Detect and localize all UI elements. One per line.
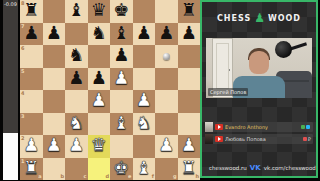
evaluation-bar: -0.09 <box>3 0 18 180</box>
square-d5[interactable]: ♟ <box>88 68 111 91</box>
black-pawn[interactable]: ♟ <box>91 69 107 87</box>
alert-row: Evandro Anthony <box>205 122 313 132</box>
square-b3[interactable] <box>43 113 66 136</box>
square-b7[interactable]: ♟ <box>43 23 66 46</box>
white-pawn[interactable]: ♟ <box>136 91 152 109</box>
streamer-face <box>249 51 269 74</box>
alert-extra: ₽ <box>303 136 311 142</box>
white-rook[interactable]: ♜ <box>181 159 197 177</box>
square-d4[interactable]: ♟ <box>88 90 111 113</box>
panel-footer: chesswood.ru VK vk.com/chesswood <box>206 162 313 173</box>
white-knight[interactable]: ♞ <box>68 114 84 132</box>
white-pawn[interactable]: ♟ <box>158 136 174 154</box>
square-g8[interactable] <box>155 0 178 23</box>
square-d2[interactable]: ♛ <box>88 135 111 158</box>
rank-label: 6 <box>21 46 24 51</box>
square-b8[interactable] <box>43 0 66 23</box>
square-g2[interactable]: ♟ <box>155 135 178 158</box>
square-e4[interactable] <box>110 90 133 113</box>
white-pawn[interactable]: ♟ <box>68 136 84 154</box>
file-label: c <box>84 174 87 179</box>
move-hint-dot <box>163 53 170 60</box>
youtube-icon <box>215 136 223 142</box>
square-b2[interactable]: ♟ <box>43 135 66 158</box>
square-h7[interactable]: ♟ <box>178 23 201 46</box>
white-king[interactable]: ♚ <box>113 159 129 177</box>
chess-board[interactable]: 8♜♝♛♚♜7♟♟♞♝♟♟♟6♞♟5♟♟♟4♟♟3♞♝♞2♟♟♟♛♟♟1a♜bc… <box>20 0 200 180</box>
square-h4[interactable] <box>178 90 201 113</box>
square-a3[interactable]: 3 <box>20 113 43 136</box>
square-e1[interactable]: e♚ <box>110 158 133 181</box>
white-bishop[interactable]: ♝ <box>113 114 129 132</box>
square-b1[interactable]: b <box>43 158 66 181</box>
rank-label: 5 <box>21 69 24 74</box>
square-e3[interactable]: ♝ <box>110 113 133 136</box>
black-pawn[interactable]: ♟ <box>136 24 152 42</box>
white-bishop[interactable]: ♝ <box>136 159 152 177</box>
white-pawn[interactable]: ♟ <box>113 69 129 87</box>
square-g4[interactable] <box>155 90 178 113</box>
square-f6[interactable] <box>133 45 156 68</box>
alert-avatar <box>205 122 213 132</box>
square-a7[interactable]: 7♟ <box>20 23 43 46</box>
square-b5[interactable] <box>43 68 66 91</box>
square-f5[interactable] <box>133 68 156 91</box>
file-label: b <box>60 174 64 179</box>
stream-screenshot: -0.09 8♜♝♛♚♜7♟♟♞♝♟♟♟6♞♟5♟♟♟4♟♟3♞♝♞2♟♟♟♛♟… <box>0 0 320 180</box>
square-e7[interactable]: ♝ <box>110 23 133 46</box>
square-e8[interactable]: ♚ <box>110 0 133 23</box>
rank-label: 3 <box>21 114 24 119</box>
black-pawn[interactable]: ♟ <box>158 24 174 42</box>
black-rook[interactable]: ♜ <box>23 1 39 19</box>
emoji-icon <box>303 137 307 141</box>
alert-name: Любовь Попова <box>225 136 266 142</box>
black-knight[interactable]: ♞ <box>91 24 107 42</box>
file-label: f <box>152 174 154 179</box>
square-b6[interactable] <box>43 45 66 68</box>
rank-label: 4 <box>21 91 24 96</box>
square-d1[interactable]: d <box>88 158 111 181</box>
square-c3[interactable]: ♞ <box>65 113 88 136</box>
black-pawn[interactable]: ♟ <box>113 46 129 64</box>
youtube-icon <box>215 124 223 130</box>
square-e2[interactable] <box>110 135 133 158</box>
square-a8[interactable]: 8♜ <box>20 0 43 23</box>
square-a6[interactable]: 6 <box>20 45 43 68</box>
alert-row: Любовь Попова ₽ <box>205 134 313 144</box>
evaluation-score: -0.09 <box>3 1 18 7</box>
black-pawn[interactable]: ♟ <box>23 24 39 42</box>
logo-text-left: CHESS <box>217 14 251 23</box>
vk-icon[interactable]: VK <box>250 164 261 172</box>
logo-text-right: WOOD <box>268 14 301 23</box>
square-c2[interactable]: ♟ <box>65 135 88 158</box>
webcam-video: Сергей Попов <box>206 38 312 98</box>
square-h1[interactable]: h♜ <box>178 158 201 181</box>
square-g1[interactable]: g <box>155 158 178 181</box>
alert-extra <box>301 125 311 129</box>
square-f3[interactable]: ♞ <box>133 113 156 136</box>
square-d8[interactable]: ♛ <box>88 0 111 23</box>
square-g5[interactable] <box>155 68 178 91</box>
square-e5[interactable]: ♟ <box>110 68 133 91</box>
black-queen[interactable]: ♛ <box>91 1 107 19</box>
channel-logo: CHESS ♟ WOOD <box>202 2 316 35</box>
emoji-icon <box>306 125 310 129</box>
square-a5[interactable]: 5 <box>20 68 43 91</box>
black-pawn[interactable]: ♟ <box>46 24 62 42</box>
square-d6[interactable] <box>88 45 111 68</box>
site-link[interactable]: chesswood.ru <box>209 165 247 171</box>
evaluation-bar-white-segment <box>3 133 18 180</box>
square-h3[interactable] <box>178 113 201 136</box>
square-c1[interactable]: c <box>65 158 88 181</box>
black-pawn[interactable]: ♟ <box>181 24 197 42</box>
square-c8[interactable]: ♝ <box>65 0 88 23</box>
black-rook[interactable]: ♜ <box>181 1 197 19</box>
black-bishop[interactable]: ♝ <box>113 24 129 42</box>
square-c5[interactable]: ♟ <box>65 68 88 91</box>
black-bishop[interactable]: ♝ <box>68 1 84 19</box>
square-f2[interactable] <box>133 135 156 158</box>
webcam-caption: Сергей Попов <box>208 88 248 96</box>
square-f8[interactable] <box>133 0 156 23</box>
square-h8[interactable]: ♜ <box>178 0 201 23</box>
black-knight[interactable]: ♞ <box>68 46 84 64</box>
square-d3[interactable] <box>88 113 111 136</box>
white-pawn[interactable]: ♟ <box>181 136 197 154</box>
white-knight[interactable]: ♞ <box>136 114 152 132</box>
square-f1[interactable]: f♝ <box>133 158 156 181</box>
square-f4[interactable]: ♟ <box>133 90 156 113</box>
black-pawn[interactable]: ♟ <box>68 69 84 87</box>
square-c7[interactable] <box>65 23 88 46</box>
emoji-icon <box>301 125 305 129</box>
square-f7[interactable]: ♟ <box>133 23 156 46</box>
alert-list: Evandro Anthony Любовь Попова ₽ <box>205 122 313 146</box>
square-a4[interactable]: 4 <box>20 90 43 113</box>
alert-avatar <box>205 134 213 144</box>
square-h6[interactable] <box>178 45 201 68</box>
vk-link[interactable]: vk.com/chesswood <box>264 165 316 171</box>
square-c6[interactable]: ♞ <box>65 45 88 68</box>
square-h5[interactable] <box>178 68 201 91</box>
square-c4[interactable] <box>65 90 88 113</box>
square-h2[interactable]: ♟ <box>178 135 201 158</box>
square-b4[interactable] <box>43 90 66 113</box>
white-queen[interactable]: ♛ <box>91 136 107 154</box>
square-g7[interactable]: ♟ <box>155 23 178 46</box>
alert-name: Evandro Anthony <box>225 124 268 130</box>
file-label: d <box>105 174 109 179</box>
square-a1[interactable]: 1a♜ <box>20 158 43 181</box>
white-pawn[interactable]: ♟ <box>91 91 107 109</box>
square-g3[interactable] <box>155 113 178 136</box>
square-e6[interactable]: ♟ <box>110 45 133 68</box>
file-label: g <box>173 174 177 179</box>
white-pawn[interactable]: ♟ <box>46 136 62 154</box>
pawn-icon: ♟ <box>254 12 265 24</box>
stream-panel: CHESS ♟ WOOD Сергей Попов Evandro Anthon <box>200 0 318 178</box>
square-a2[interactable]: 2♟ <box>20 135 43 158</box>
white-pawn[interactable]: ♟ <box>23 136 39 154</box>
square-d7[interactable]: ♞ <box>88 23 111 46</box>
white-rook[interactable]: ♜ <box>23 159 39 177</box>
square-g6[interactable] <box>155 45 178 68</box>
black-king[interactable]: ♚ <box>113 1 129 19</box>
